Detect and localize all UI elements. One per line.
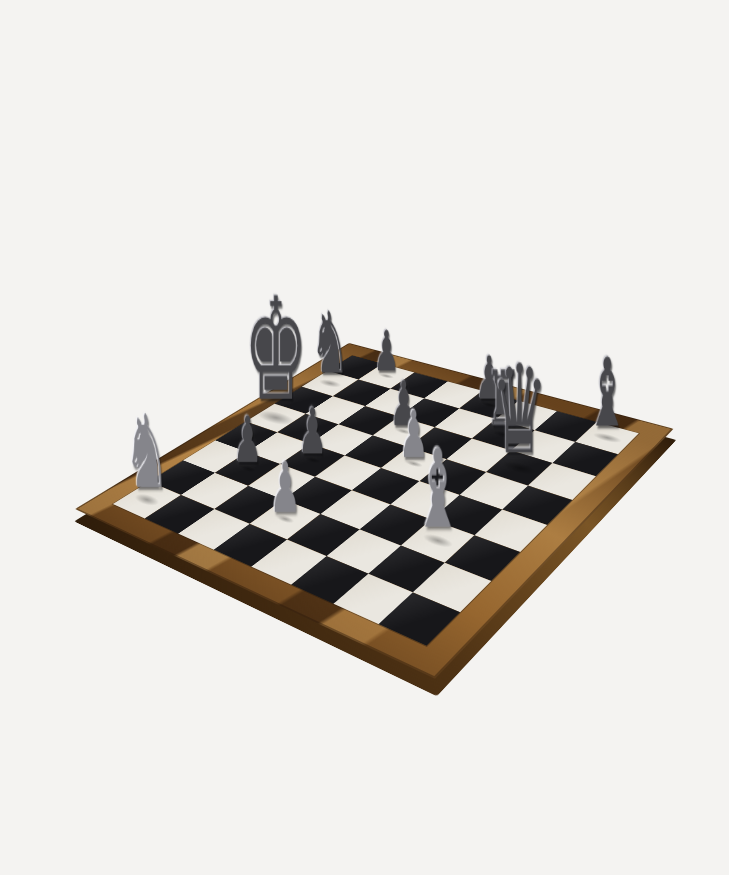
piece-knight: ♞ — [124, 401, 170, 502]
piece-bishop: ♝ — [585, 346, 628, 441]
product-photo-background: ♟♟♝♞♜♟♛♚♟♟♟♝♟♞ — [0, 0, 729, 875]
square-f2[interactable]: ♛ — [486, 451, 552, 486]
piece-queen: ♛ — [491, 348, 547, 471]
piece-knight: ♞ — [311, 300, 350, 385]
piece-pawn: ♟ — [233, 407, 262, 471]
piece-pawn: ♟ — [298, 399, 327, 463]
piece-bishop: ♝ — [413, 435, 462, 543]
piece-pawn: ♟ — [269, 452, 301, 522]
